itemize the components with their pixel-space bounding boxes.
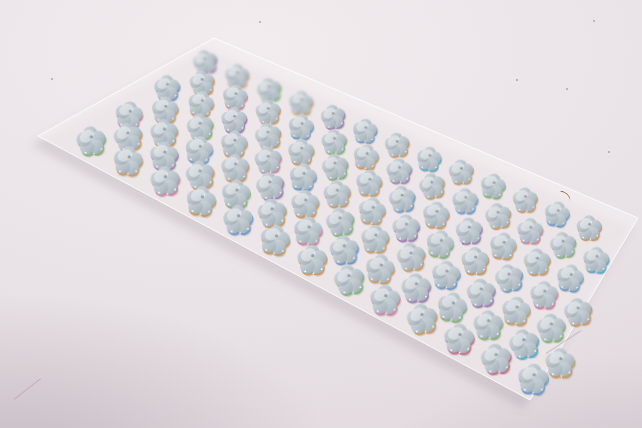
flower-sticker	[477, 340, 515, 378]
flower-sticker	[329, 260, 369, 300]
flower-sticker	[147, 163, 182, 198]
flower-sticker	[385, 157, 414, 186]
flower-sticker	[453, 214, 486, 247]
flower-sticker	[295, 243, 329, 277]
flower-sticker	[441, 321, 477, 357]
flower-sticker	[459, 246, 490, 277]
flower-sticker	[109, 143, 146, 180]
flower-sticker-grid	[0, 0, 642, 428]
flower-sticker	[521, 246, 553, 278]
flower-sticker	[386, 182, 419, 215]
flower-sticker	[221, 203, 256, 238]
flower-sticker	[422, 226, 458, 262]
flower-sticker	[486, 229, 520, 263]
flower-sticker	[515, 215, 546, 246]
flower-sticker	[540, 197, 573, 230]
flower-sticker	[382, 130, 412, 160]
flower-sticker	[73, 123, 109, 159]
flower-sticker	[403, 300, 442, 339]
photo-stage	[0, 0, 642, 428]
flower-sticker	[255, 220, 294, 259]
flower-sticker	[415, 169, 449, 203]
flower-sticker	[450, 186, 480, 216]
flower-sticker	[514, 360, 552, 398]
flower-sticker	[575, 213, 603, 241]
flower-sticker	[481, 199, 515, 233]
flower-sticker	[510, 185, 539, 214]
flower-sticker	[368, 282, 403, 317]
flower-sticker	[428, 258, 463, 293]
flower-sticker	[419, 198, 452, 231]
flower-sticker	[390, 212, 422, 244]
flower-sticker	[182, 181, 220, 219]
flower-sticker	[477, 170, 509, 202]
flower-sticker	[446, 157, 476, 187]
